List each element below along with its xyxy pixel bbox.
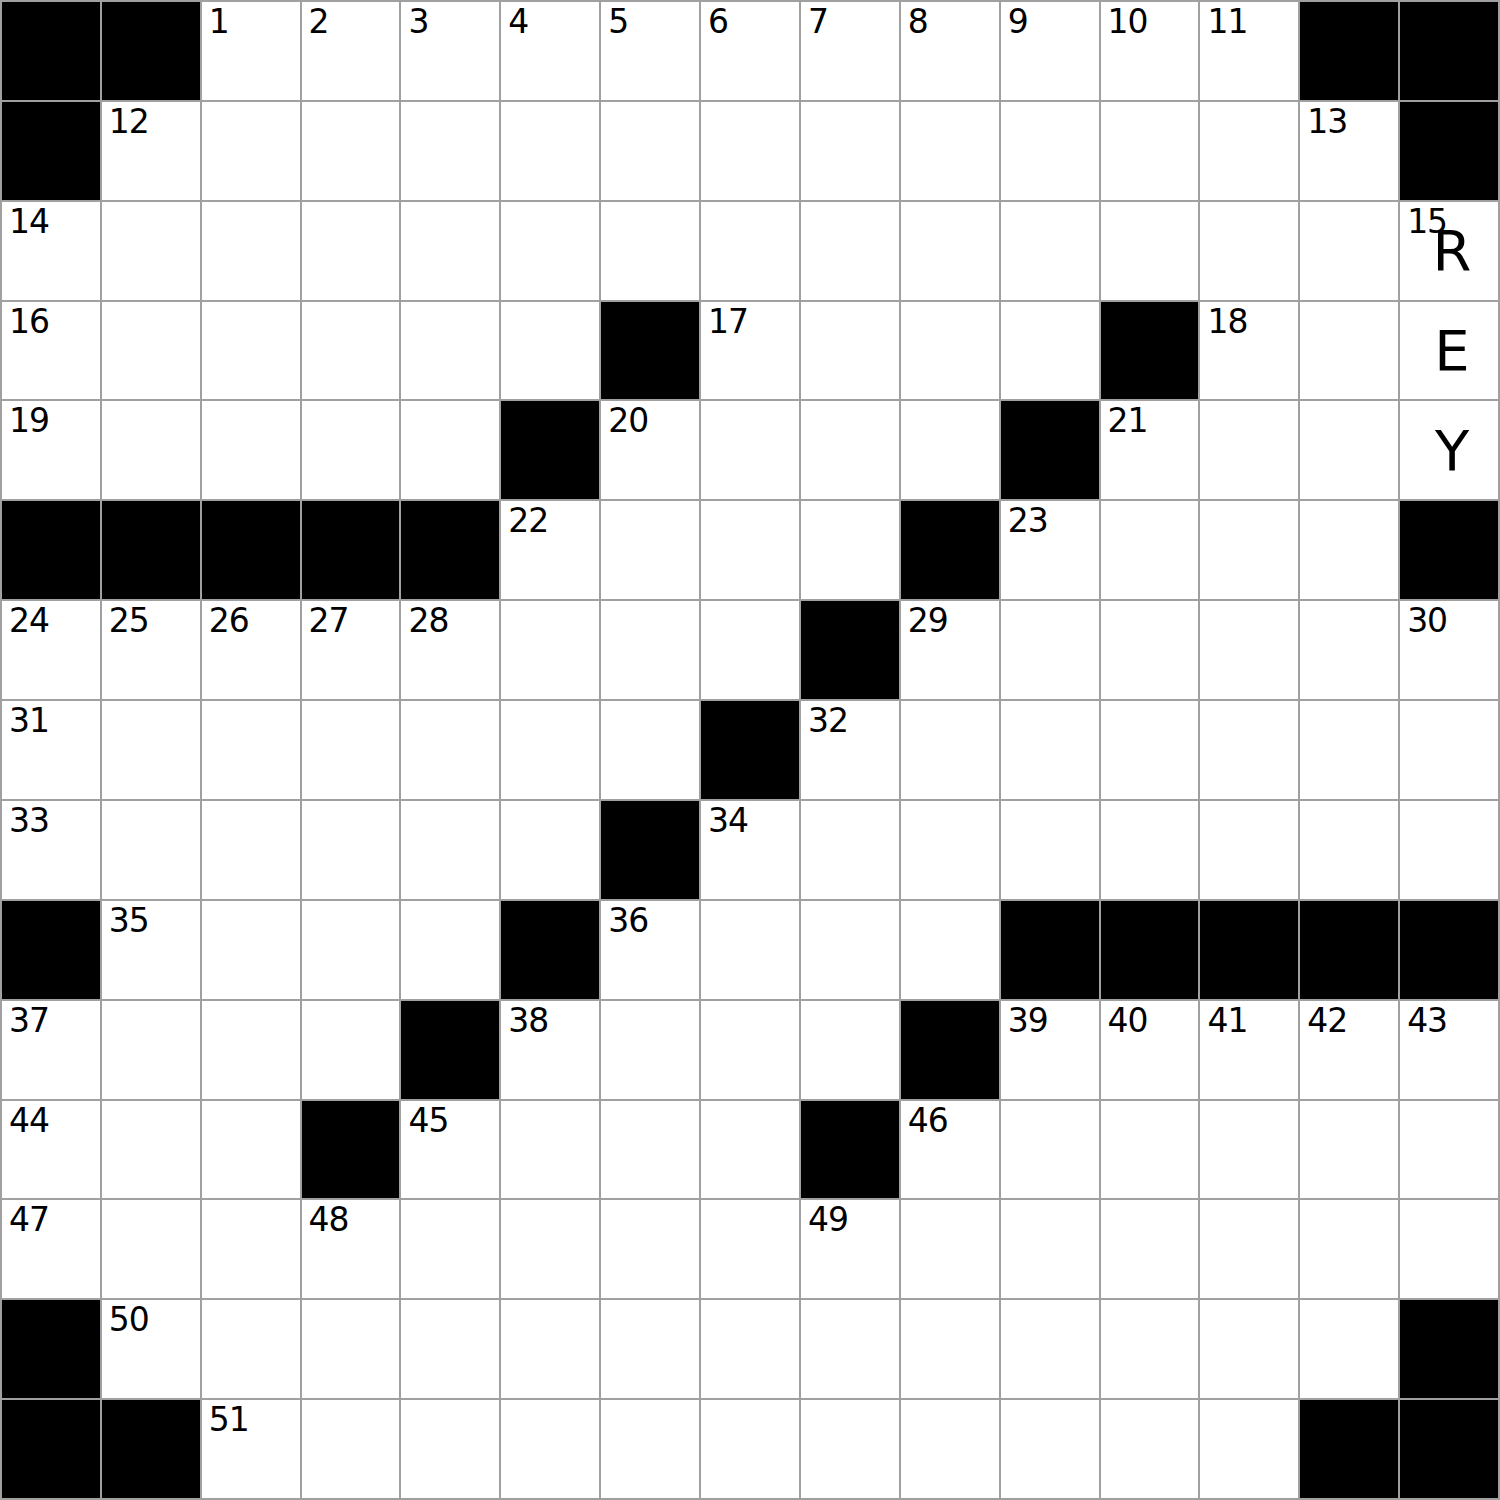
black-cell (2, 1400, 100, 1498)
white-cell[interactable] (501, 701, 599, 799)
white-cell[interactable] (1001, 302, 1099, 400)
black-cell (1400, 102, 1498, 200)
white-cell[interactable]: 2 (302, 2, 400, 100)
clue-number: 48 (309, 1201, 349, 1239)
white-cell[interactable] (1101, 701, 1199, 799)
black-cell (801, 1101, 899, 1199)
white-cell[interactable]: 20 (601, 401, 699, 499)
white-cell[interactable] (1101, 102, 1199, 200)
white-cell[interactable]: 14 (2, 202, 100, 300)
white-cell[interactable] (1001, 601, 1099, 699)
white-cell[interactable] (1200, 701, 1298, 799)
white-cell[interactable] (202, 102, 300, 200)
clue-number: 4 (508, 3, 528, 41)
white-cell[interactable] (401, 801, 499, 899)
white-cell[interactable] (701, 1200, 799, 1298)
white-cell[interactable] (601, 1400, 699, 1498)
white-cell[interactable] (701, 601, 799, 699)
white-cell[interactable] (701, 202, 799, 300)
white-cell[interactable]: 22 (501, 501, 599, 599)
white-cell[interactable] (1101, 801, 1199, 899)
clue-number: 23 (1008, 502, 1048, 540)
clue-number: 27 (309, 602, 349, 640)
white-cell[interactable] (302, 1001, 400, 1099)
white-cell[interactable] (1200, 1101, 1298, 1199)
white-cell[interactable] (1101, 1300, 1199, 1398)
white-cell[interactable]: 50 (102, 1300, 200, 1398)
white-cell[interactable] (401, 102, 499, 200)
black-cell (102, 2, 200, 100)
white-cell[interactable] (1300, 1200, 1398, 1298)
white-cell[interactable] (1001, 1400, 1099, 1498)
white-cell[interactable] (801, 401, 899, 499)
white-cell[interactable] (1300, 302, 1398, 400)
white-cell[interactable]: 40 (1101, 1001, 1199, 1099)
white-cell[interactable] (1200, 1300, 1298, 1398)
black-cell (401, 501, 499, 599)
white-cell[interactable] (1200, 501, 1298, 599)
white-cell[interactable]: 24 (2, 601, 100, 699)
white-cell[interactable] (102, 1200, 200, 1298)
white-cell[interactable] (501, 302, 599, 400)
black-cell (2, 901, 100, 999)
white-cell[interactable] (1101, 501, 1199, 599)
black-cell (302, 1101, 400, 1199)
clue-number: 24 (9, 602, 49, 640)
white-cell[interactable] (401, 1400, 499, 1498)
clue-number: 38 (508, 1002, 548, 1040)
white-cell[interactable]: 18 (1200, 302, 1298, 400)
white-cell[interactable]: E (1400, 302, 1498, 400)
cell-letter: Y (1400, 401, 1498, 499)
white-cell[interactable] (302, 401, 400, 499)
clue-number: 26 (209, 602, 249, 640)
clue-number: 46 (908, 1102, 948, 1140)
clue-number: 34 (708, 802, 748, 840)
clue-number: 22 (508, 502, 548, 540)
white-cell[interactable]: 49 (801, 1200, 899, 1298)
white-cell[interactable]: 21 (1101, 401, 1199, 499)
white-cell[interactable]: 51 (202, 1400, 300, 1498)
white-cell[interactable] (801, 102, 899, 200)
white-cell[interactable] (1200, 102, 1298, 200)
white-cell[interactable] (1200, 401, 1298, 499)
white-cell[interactable] (801, 901, 899, 999)
white-cell[interactable] (701, 102, 799, 200)
black-cell (102, 1400, 200, 1498)
white-cell[interactable] (1400, 1200, 1498, 1298)
white-cell[interactable] (601, 1001, 699, 1099)
black-cell (1400, 901, 1498, 999)
white-cell[interactable] (1200, 801, 1298, 899)
white-cell[interactable] (901, 701, 999, 799)
white-cell[interactable]: Y (1400, 401, 1498, 499)
clue-number: 8 (908, 3, 928, 41)
clue-number: 21 (1108, 402, 1148, 440)
white-cell[interactable]: 25 (102, 601, 200, 699)
white-cell[interactable] (1101, 1400, 1199, 1498)
white-cell[interactable]: 33 (2, 801, 100, 899)
white-cell[interactable]: 29 (901, 601, 999, 699)
clue-number: 33 (9, 802, 49, 840)
white-cell[interactable] (701, 1400, 799, 1498)
white-cell[interactable] (401, 202, 499, 300)
white-cell[interactable] (901, 401, 999, 499)
white-cell[interactable] (801, 801, 899, 899)
white-cell[interactable]: 27 (302, 601, 400, 699)
white-cell[interactable] (901, 1300, 999, 1398)
white-cell[interactable] (1300, 601, 1398, 699)
clue-number: 49 (808, 1201, 848, 1239)
white-cell[interactable]: 28 (401, 601, 499, 699)
clue-number: 12 (109, 103, 149, 141)
white-cell[interactable] (1300, 501, 1398, 599)
white-cell[interactable] (1001, 1300, 1099, 1398)
white-cell[interactable]: 45 (401, 1101, 499, 1199)
white-cell[interactable]: 6 (701, 2, 799, 100)
white-cell[interactable] (901, 1200, 999, 1298)
white-cell[interactable] (1400, 701, 1498, 799)
white-cell[interactable] (202, 1200, 300, 1298)
white-cell[interactable] (1300, 202, 1398, 300)
white-cell[interactable]: 15R (1400, 202, 1498, 300)
clue-number: 37 (9, 1002, 49, 1040)
white-cell[interactable] (1200, 1400, 1298, 1498)
white-cell[interactable] (601, 601, 699, 699)
white-cell[interactable]: 19 (2, 401, 100, 499)
white-cell[interactable] (1300, 701, 1398, 799)
clue-number: 47 (9, 1201, 49, 1239)
white-cell[interactable] (801, 1300, 899, 1398)
white-cell[interactable] (901, 202, 999, 300)
white-cell[interactable] (401, 901, 499, 999)
white-cell[interactable] (1300, 401, 1398, 499)
white-cell[interactable]: 16 (2, 302, 100, 400)
clue-number: 43 (1407, 1002, 1447, 1040)
white-cell[interactable] (202, 302, 300, 400)
clue-number: 1 (209, 3, 229, 41)
white-cell[interactable] (1001, 202, 1099, 300)
white-cell[interactable]: 37 (2, 1001, 100, 1099)
white-cell[interactable] (501, 102, 599, 200)
white-cell[interactable] (302, 701, 400, 799)
clue-number: 32 (808, 702, 848, 740)
white-cell[interactable] (501, 1300, 599, 1398)
white-cell[interactable]: 23 (1001, 501, 1099, 599)
white-cell[interactable] (202, 701, 300, 799)
white-cell[interactable] (1200, 601, 1298, 699)
white-cell[interactable] (302, 102, 400, 200)
black-cell (901, 501, 999, 599)
black-cell (102, 501, 200, 599)
black-cell (1300, 1400, 1398, 1498)
black-cell (1400, 501, 1498, 599)
white-cell[interactable]: 3 (401, 2, 499, 100)
white-cell[interactable] (202, 801, 300, 899)
white-cell[interactable]: 7 (801, 2, 899, 100)
white-cell[interactable] (901, 102, 999, 200)
black-cell (1300, 2, 1398, 100)
white-cell[interactable]: 46 (901, 1101, 999, 1199)
white-cell[interactable] (202, 1001, 300, 1099)
white-cell[interactable] (302, 302, 400, 400)
clue-number: 7 (808, 3, 828, 41)
white-cell[interactable] (102, 401, 200, 499)
white-cell[interactable] (1001, 1101, 1099, 1199)
white-cell[interactable] (202, 1300, 300, 1398)
white-cell[interactable] (401, 1300, 499, 1398)
white-cell[interactable] (102, 1001, 200, 1099)
black-cell (1101, 302, 1199, 400)
clue-number: 50 (109, 1301, 149, 1339)
black-cell (701, 701, 799, 799)
black-cell (302, 501, 400, 599)
white-cell[interactable] (1300, 801, 1398, 899)
white-cell[interactable]: 32 (801, 701, 899, 799)
white-cell[interactable]: 35 (102, 901, 200, 999)
clue-number: 11 (1207, 3, 1247, 41)
clue-number: 13 (1307, 103, 1347, 141)
white-cell[interactable]: 36 (601, 901, 699, 999)
white-cell[interactable] (102, 701, 200, 799)
black-cell (1200, 901, 1298, 999)
white-cell[interactable] (501, 801, 599, 899)
black-cell (2, 102, 100, 200)
white-cell[interactable] (1200, 1200, 1298, 1298)
white-cell[interactable] (202, 1101, 300, 1199)
white-cell[interactable] (202, 901, 300, 999)
black-cell (1400, 1300, 1498, 1398)
white-cell[interactable]: 8 (901, 2, 999, 100)
clue-number: 44 (9, 1102, 49, 1140)
white-cell[interactable] (701, 401, 799, 499)
clue-number: 51 (209, 1401, 249, 1439)
white-cell[interactable] (601, 1300, 699, 1398)
black-cell (601, 302, 699, 400)
white-cell[interactable]: 34 (701, 801, 799, 899)
black-cell (901, 1001, 999, 1099)
white-cell[interactable] (202, 401, 300, 499)
black-cell (2, 2, 100, 100)
white-cell[interactable] (102, 302, 200, 400)
white-cell[interactable]: 38 (501, 1001, 599, 1099)
white-cell[interactable]: 13 (1300, 102, 1398, 200)
clue-number: 6 (708, 3, 728, 41)
white-cell[interactable] (1101, 1101, 1199, 1199)
white-cell[interactable] (1001, 1200, 1099, 1298)
black-cell (2, 501, 100, 599)
white-cell[interactable]: 48 (302, 1200, 400, 1298)
white-cell[interactable] (701, 1001, 799, 1099)
white-cell[interactable] (302, 1300, 400, 1398)
white-cell[interactable]: 11 (1200, 2, 1298, 100)
white-cell[interactable] (801, 501, 899, 599)
clue-number: 35 (109, 902, 149, 940)
clue-number: 30 (1407, 602, 1447, 640)
white-cell[interactable] (1400, 1101, 1498, 1199)
clue-number: 2 (309, 3, 329, 41)
white-cell[interactable] (901, 1400, 999, 1498)
white-cell[interactable]: 31 (2, 701, 100, 799)
white-cell[interactable] (801, 1001, 899, 1099)
white-cell[interactable]: 1 (202, 2, 300, 100)
clue-number: 39 (1008, 1002, 1048, 1040)
clue-number: 42 (1307, 1002, 1347, 1040)
white-cell[interactable]: 26 (202, 601, 300, 699)
white-cell[interactable] (901, 901, 999, 999)
clue-number: 20 (608, 402, 648, 440)
white-cell[interactable] (1101, 1200, 1199, 1298)
clue-number: 18 (1207, 303, 1247, 341)
white-cell[interactable] (302, 901, 400, 999)
black-cell (1400, 1400, 1498, 1498)
white-cell[interactable] (401, 302, 499, 400)
white-cell[interactable] (1101, 601, 1199, 699)
white-cell[interactable] (601, 102, 699, 200)
black-cell (401, 1001, 499, 1099)
white-cell[interactable] (501, 601, 599, 699)
white-cell[interactable] (701, 901, 799, 999)
clue-number: 29 (908, 602, 948, 640)
white-cell[interactable] (102, 801, 200, 899)
white-cell[interactable] (1300, 1300, 1398, 1398)
white-cell[interactable]: 9 (1001, 2, 1099, 100)
crossword-board: 123456789101112131415R161718E192021Y2223… (0, 0, 1500, 1500)
black-cell (501, 401, 599, 499)
white-cell[interactable] (801, 202, 899, 300)
white-cell[interactable] (501, 1400, 599, 1498)
clue-number: 28 (408, 602, 448, 640)
white-cell[interactable] (1001, 801, 1099, 899)
white-cell[interactable]: 4 (501, 2, 599, 100)
white-cell[interactable] (801, 302, 899, 400)
white-cell[interactable]: 42 (1300, 1001, 1398, 1099)
white-cell[interactable] (801, 1400, 899, 1498)
white-cell[interactable] (701, 501, 799, 599)
white-cell[interactable] (601, 1101, 699, 1199)
white-cell[interactable] (1001, 102, 1099, 200)
white-cell[interactable] (601, 202, 699, 300)
white-cell[interactable] (401, 401, 499, 499)
clue-number: 14 (9, 203, 49, 241)
white-cell[interactable] (202, 202, 300, 300)
white-cell[interactable] (1200, 202, 1298, 300)
white-cell[interactable] (302, 1400, 400, 1498)
clue-number: 36 (608, 902, 648, 940)
white-cell[interactable] (601, 701, 699, 799)
white-cell[interactable] (701, 1300, 799, 1398)
white-cell[interactable]: 44 (2, 1101, 100, 1199)
white-cell[interactable]: 5 (601, 2, 699, 100)
white-cell[interactable] (501, 202, 599, 300)
white-cell[interactable] (601, 1200, 699, 1298)
clue-number: 5 (608, 3, 628, 41)
white-cell[interactable]: 17 (701, 302, 799, 400)
white-cell[interactable]: 47 (2, 1200, 100, 1298)
clue-number: 3 (408, 3, 428, 41)
white-cell[interactable] (1400, 801, 1498, 899)
white-cell[interactable] (102, 1101, 200, 1199)
black-cell (2, 1300, 100, 1398)
white-cell[interactable] (1300, 1101, 1398, 1199)
clue-number: 10 (1108, 3, 1148, 41)
white-cell[interactable] (901, 302, 999, 400)
white-cell[interactable] (1101, 202, 1199, 300)
clue-number: 19 (9, 402, 49, 440)
clue-number: 41 (1207, 1002, 1247, 1040)
clue-number: 45 (408, 1102, 448, 1140)
white-cell[interactable] (501, 1200, 599, 1298)
white-cell[interactable]: 41 (1200, 1001, 1298, 1099)
white-cell[interactable] (601, 501, 699, 599)
white-cell[interactable] (401, 1200, 499, 1298)
black-cell (1300, 901, 1398, 999)
clue-number: 31 (9, 702, 49, 740)
white-cell[interactable] (302, 801, 400, 899)
white-cell[interactable]: 39 (1001, 1001, 1099, 1099)
white-cell[interactable] (102, 202, 200, 300)
clue-number: 9 (1008, 3, 1028, 41)
clue-number: 16 (9, 303, 49, 341)
cell-letter: E (1400, 302, 1498, 400)
black-cell (601, 801, 699, 899)
white-cell[interactable] (302, 202, 400, 300)
clue-number: 40 (1108, 1002, 1148, 1040)
white-cell[interactable] (501, 1101, 599, 1199)
black-cell (1001, 401, 1099, 499)
white-cell[interactable]: 43 (1400, 1001, 1498, 1099)
white-cell[interactable] (1001, 701, 1099, 799)
white-cell[interactable] (701, 1101, 799, 1199)
cell-letter: R (1400, 202, 1498, 300)
black-cell (202, 501, 300, 599)
clue-number: 17 (708, 303, 748, 341)
black-cell (1001, 901, 1099, 999)
white-cell[interactable]: 30 (1400, 601, 1498, 699)
white-cell[interactable] (401, 701, 499, 799)
white-cell[interactable] (901, 801, 999, 899)
white-cell[interactable]: 10 (1101, 2, 1199, 100)
clue-number: 25 (109, 602, 149, 640)
black-cell (1400, 2, 1498, 100)
black-cell (1101, 901, 1199, 999)
black-cell (501, 901, 599, 999)
black-cell (801, 601, 899, 699)
white-cell[interactable]: 12 (102, 102, 200, 200)
